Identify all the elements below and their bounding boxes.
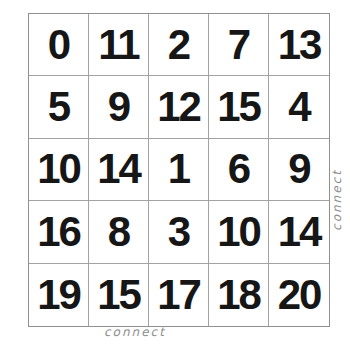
grid-cell-r5c2: 15: [89, 264, 149, 326]
grid-cell-r4c1: 16: [29, 201, 89, 263]
grid-cell-r1c5: 13: [269, 14, 329, 76]
grid-cell-r1c2: 11: [89, 14, 149, 76]
grid-cell-r3c4: 6: [209, 139, 269, 201]
grid-cell-r2c4: 15: [209, 76, 269, 138]
grid-cell-r4c3: 3: [149, 201, 209, 263]
worksheet-page: 011271359121541014169168310141915171820 …: [0, 0, 350, 348]
grid-cell-r4c2: 8: [89, 201, 149, 263]
grid-cell-r4c5: 14: [269, 201, 329, 263]
grid-cell-r3c3: 1: [149, 139, 209, 201]
handwritten-label-bottom: connect: [104, 325, 166, 339]
grid-cell-r5c1: 19: [29, 264, 89, 326]
grid-cell-r2c5: 4: [269, 76, 329, 138]
grid-cell-r3c2: 14: [89, 139, 149, 201]
number-grid-board: 011271359121541014169168310141915171820: [28, 13, 330, 327]
handwritten-label-right: connect: [330, 169, 344, 231]
grid-cell-r5c5: 20: [269, 264, 329, 326]
grid-cell-r1c1: 0: [29, 14, 89, 76]
grid-cell-r5c3: 17: [149, 264, 209, 326]
grid-cell-r2c2: 9: [89, 76, 149, 138]
grid-cell-r5c4: 18: [209, 264, 269, 326]
grid-cell-r2c1: 5: [29, 76, 89, 138]
grid-cell-r1c3: 2: [149, 14, 209, 76]
grid-cell-r3c5: 9: [269, 139, 329, 201]
grid-cell-r4c4: 10: [209, 201, 269, 263]
grid-cell-r1c4: 7: [209, 14, 269, 76]
grid-cell-r2c3: 12: [149, 76, 209, 138]
grid-cell-r3c1: 10: [29, 139, 89, 201]
